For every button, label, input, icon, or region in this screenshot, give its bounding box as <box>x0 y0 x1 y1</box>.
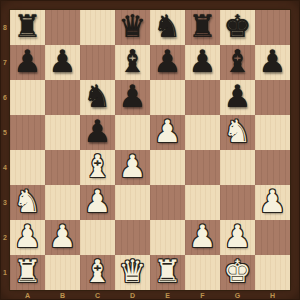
chessboard: ♜♛♞♜♚♟♟♝♟♟♝♟♞♟♟♟♟♞♝♟♞♟♟♟♟♟♟♜♝♛♜♚ <box>10 10 290 290</box>
square-b5[interactable] <box>45 115 80 150</box>
square-h8[interactable] <box>255 10 290 45</box>
white-rook-a1[interactable]: ♜ <box>14 254 42 289</box>
rank-label-5: 5 <box>0 115 10 150</box>
black-pawn-b7[interactable]: ♟ <box>49 44 77 79</box>
white-pawn-g2[interactable]: ♟ <box>224 219 252 254</box>
square-d1[interactable]: ♛ <box>115 255 150 290</box>
square-a6[interactable] <box>10 80 45 115</box>
black-rook-f8[interactable]: ♜ <box>189 9 217 44</box>
file-label-e: E <box>150 290 185 300</box>
square-g3[interactable] <box>220 185 255 220</box>
square-g7[interactable]: ♝ <box>220 45 255 80</box>
square-d5[interactable] <box>115 115 150 150</box>
white-pawn-b2[interactable]: ♟ <box>49 219 77 254</box>
square-g2[interactable]: ♟ <box>220 220 255 255</box>
square-e6[interactable] <box>150 80 185 115</box>
square-f6[interactable] <box>185 80 220 115</box>
square-f4[interactable] <box>185 150 220 185</box>
rank-label-1: 1 <box>0 255 10 290</box>
white-knight-a3[interactable]: ♞ <box>14 184 42 219</box>
white-pawn-h3[interactable]: ♟ <box>259 184 287 219</box>
black-knight-e8[interactable]: ♞ <box>154 9 182 44</box>
square-d2[interactable] <box>115 220 150 255</box>
square-e1[interactable]: ♜ <box>150 255 185 290</box>
square-a1[interactable]: ♜ <box>10 255 45 290</box>
square-b3[interactable] <box>45 185 80 220</box>
square-a8[interactable]: ♜ <box>10 10 45 45</box>
rank-label-3: 3 <box>0 185 10 220</box>
file-label-g: G <box>220 290 255 300</box>
square-b7[interactable]: ♟ <box>45 45 80 80</box>
black-pawn-h7[interactable]: ♟ <box>259 44 287 79</box>
white-queen-d1[interactable]: ♛ <box>119 254 147 289</box>
rank-coordinates: 87654321 <box>0 10 10 290</box>
square-d7[interactable]: ♝ <box>115 45 150 80</box>
square-f8[interactable]: ♜ <box>185 10 220 45</box>
rank-label-7: 7 <box>0 45 10 80</box>
square-f1[interactable] <box>185 255 220 290</box>
white-pawn-f2[interactable]: ♟ <box>189 219 217 254</box>
square-g6[interactable]: ♟ <box>220 80 255 115</box>
white-pawn-a2[interactable]: ♟ <box>14 219 42 254</box>
white-king-g1[interactable]: ♚ <box>224 254 252 289</box>
square-h5[interactable] <box>255 115 290 150</box>
white-knight-g5[interactable]: ♞ <box>224 114 252 149</box>
square-c5[interactable]: ♟ <box>80 115 115 150</box>
rank-label-8: 8 <box>0 10 10 45</box>
chessboard-frame: 87654321 ABCDEFGH ♜♛♞♜♚♟♟♝♟♟♝♟♞♟♟♟♟♞♝♟♞♟… <box>0 0 300 300</box>
square-f7[interactable]: ♟ <box>185 45 220 80</box>
black-pawn-e7[interactable]: ♟ <box>154 44 182 79</box>
square-h1[interactable] <box>255 255 290 290</box>
file-label-d: D <box>115 290 150 300</box>
square-a4[interactable] <box>10 150 45 185</box>
square-e4[interactable] <box>150 150 185 185</box>
square-c7[interactable] <box>80 45 115 80</box>
square-g5[interactable]: ♞ <box>220 115 255 150</box>
black-bishop-g7[interactable]: ♝ <box>224 44 252 79</box>
file-coordinates: ABCDEFGH <box>10 290 290 300</box>
square-a5[interactable] <box>10 115 45 150</box>
file-label-a: A <box>10 290 45 300</box>
black-pawn-f7[interactable]: ♟ <box>189 44 217 79</box>
black-queen-d8[interactable]: ♛ <box>119 9 147 44</box>
rank-label-2: 2 <box>0 220 10 255</box>
square-c4[interactable]: ♝ <box>80 150 115 185</box>
square-b1[interactable] <box>45 255 80 290</box>
square-e5[interactable]: ♟ <box>150 115 185 150</box>
square-b4[interactable] <box>45 150 80 185</box>
square-g8[interactable]: ♚ <box>220 10 255 45</box>
white-bishop-c1[interactable]: ♝ <box>84 254 112 289</box>
square-e3[interactable] <box>150 185 185 220</box>
black-pawn-g6[interactable]: ♟ <box>224 79 252 114</box>
black-bishop-d7[interactable]: ♝ <box>119 44 147 79</box>
black-knight-c6[interactable]: ♞ <box>84 79 112 114</box>
square-f3[interactable] <box>185 185 220 220</box>
square-e7[interactable]: ♟ <box>150 45 185 80</box>
white-pawn-e5[interactable]: ♟ <box>154 114 182 149</box>
black-pawn-d6[interactable]: ♟ <box>119 79 147 114</box>
file-label-b: B <box>45 290 80 300</box>
square-c1[interactable]: ♝ <box>80 255 115 290</box>
square-c2[interactable] <box>80 220 115 255</box>
square-e2[interactable] <box>150 220 185 255</box>
black-rook-a8[interactable]: ♜ <box>14 9 42 44</box>
square-d3[interactable] <box>115 185 150 220</box>
white-bishop-c4[interactable]: ♝ <box>84 149 112 184</box>
square-g4[interactable] <box>220 150 255 185</box>
square-c3[interactable]: ♟ <box>80 185 115 220</box>
black-king-g8[interactable]: ♚ <box>224 9 252 44</box>
square-a3[interactable]: ♞ <box>10 185 45 220</box>
square-d4[interactable]: ♟ <box>115 150 150 185</box>
square-h7[interactable]: ♟ <box>255 45 290 80</box>
square-d8[interactable]: ♛ <box>115 10 150 45</box>
white-pawn-c3[interactable]: ♟ <box>84 184 112 219</box>
square-g1[interactable]: ♚ <box>220 255 255 290</box>
square-f2[interactable]: ♟ <box>185 220 220 255</box>
square-b2[interactable]: ♟ <box>45 220 80 255</box>
square-h4[interactable] <box>255 150 290 185</box>
black-pawn-a7[interactable]: ♟ <box>14 44 42 79</box>
white-pawn-d4[interactable]: ♟ <box>119 149 147 184</box>
square-c8[interactable] <box>80 10 115 45</box>
rank-label-6: 6 <box>0 80 10 115</box>
square-h2[interactable] <box>255 220 290 255</box>
file-label-f: F <box>185 290 220 300</box>
rank-label-4: 4 <box>0 150 10 185</box>
black-pawn-c5[interactable]: ♟ <box>84 114 112 149</box>
square-f5[interactable] <box>185 115 220 150</box>
square-b8[interactable] <box>45 10 80 45</box>
square-a2[interactable]: ♟ <box>10 220 45 255</box>
square-e8[interactable]: ♞ <box>150 10 185 45</box>
square-h3[interactable]: ♟ <box>255 185 290 220</box>
square-h6[interactable] <box>255 80 290 115</box>
file-label-h: H <box>255 290 290 300</box>
square-b6[interactable] <box>45 80 80 115</box>
file-label-c: C <box>80 290 115 300</box>
square-d6[interactable]: ♟ <box>115 80 150 115</box>
white-rook-e1[interactable]: ♜ <box>154 254 182 289</box>
square-c6[interactable]: ♞ <box>80 80 115 115</box>
square-a7[interactable]: ♟ <box>10 45 45 80</box>
